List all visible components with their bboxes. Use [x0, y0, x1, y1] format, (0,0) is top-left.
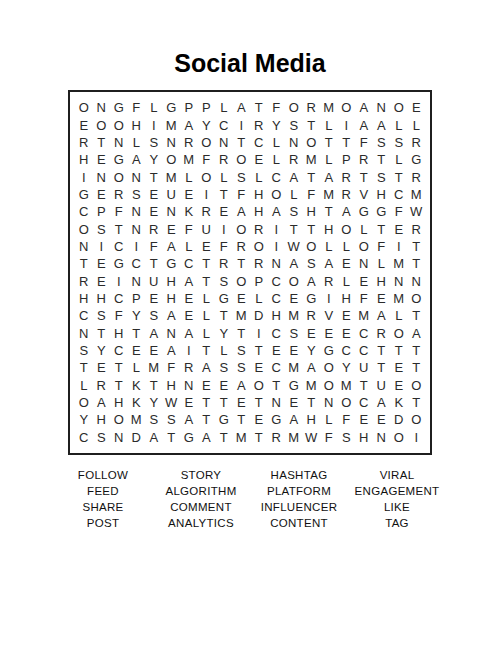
grid-cell[interactable]: T [233, 134, 251, 151]
grid-cell[interactable]: G [215, 290, 233, 307]
grid-cell[interactable]: N [75, 238, 93, 255]
grid-cell[interactable]: S [93, 429, 111, 446]
grid-cell[interactable]: F [268, 99, 286, 116]
grid-cell[interactable]: K [128, 394, 146, 411]
grid-cell[interactable]: L [128, 359, 146, 376]
grid-cell[interactable]: E [145, 203, 163, 220]
grid-cell[interactable]: A [373, 116, 391, 133]
grid-cell[interactable]: O [198, 134, 216, 151]
grid-cell[interactable]: P [250, 273, 268, 290]
grid-cell[interactable]: E [390, 377, 408, 394]
grid-cell[interactable]: M [128, 411, 146, 428]
grid-cell[interactable]: O [268, 186, 286, 203]
grid-cell[interactable]: M [390, 290, 408, 307]
grid-cell[interactable]: E [390, 220, 408, 237]
grid-cell[interactable]: T [145, 255, 163, 272]
grid-cell[interactable]: M [145, 359, 163, 376]
grid-cell[interactable]: C [268, 290, 286, 307]
grid-cell[interactable]: O [390, 325, 408, 342]
grid-cell[interactable]: F [110, 203, 128, 220]
grid-cell[interactable]: R [338, 168, 356, 185]
grid-cell[interactable]: T [408, 342, 426, 359]
grid-cell[interactable]: W [163, 394, 181, 411]
grid-cell[interactable]: T [320, 203, 338, 220]
grid-cell[interactable]: P [198, 99, 216, 116]
grid-cell[interactable]: E [355, 273, 373, 290]
grid-cell[interactable]: C [390, 186, 408, 203]
grid-cell[interactable]: P [338, 151, 356, 168]
grid-cell[interactable]: D [128, 429, 146, 446]
grid-cell[interactable]: A [233, 99, 251, 116]
grid-cell[interactable]: S [285, 116, 303, 133]
grid-cell[interactable]: T [145, 377, 163, 394]
grid-cell[interactable]: E [408, 99, 426, 116]
grid-cell[interactable]: T [355, 377, 373, 394]
grid-cell[interactable]: T [233, 325, 251, 342]
grid-cell[interactable]: I [408, 429, 426, 446]
grid-cell[interactable]: N [163, 134, 181, 151]
grid-cell[interactable]: T [250, 99, 268, 116]
grid-cell[interactable]: C [110, 342, 128, 359]
grid-cell[interactable]: E [198, 377, 216, 394]
grid-cell[interactable]: M [233, 307, 251, 324]
grid-cell[interactable]: O [285, 273, 303, 290]
grid-cell[interactable]: I [215, 220, 233, 237]
grid-cell[interactable]: I [145, 116, 163, 133]
grid-cell[interactable]: E [215, 203, 233, 220]
grid-cell[interactable]: M [285, 429, 303, 446]
grid-cell[interactable]: G [163, 99, 181, 116]
grid-cell[interactable]: O [320, 359, 338, 376]
grid-cell[interactable]: A [233, 377, 251, 394]
grid-cell[interactable]: H [303, 411, 321, 428]
grid-cell[interactable]: M [285, 359, 303, 376]
grid-cell[interactable]: G [75, 186, 93, 203]
grid-cell[interactable]: N [180, 377, 198, 394]
grid-cell[interactable]: G [303, 290, 321, 307]
grid-cell[interactable]: S [303, 255, 321, 272]
grid-cell[interactable]: M [233, 429, 251, 446]
grid-cell[interactable]: R [215, 151, 233, 168]
grid-cell[interactable]: O [285, 99, 303, 116]
grid-cell[interactable]: D [390, 411, 408, 428]
grid-cell[interactable]: R [110, 186, 128, 203]
grid-cell[interactable]: C [268, 273, 286, 290]
grid-cell[interactable]: L [215, 342, 233, 359]
grid-cell[interactable]: O [338, 394, 356, 411]
grid-cell[interactable]: Y [93, 342, 111, 359]
grid-cell[interactable]: W [285, 238, 303, 255]
grid-cell[interactable]: F [355, 134, 373, 151]
grid-cell[interactable]: K [180, 203, 198, 220]
grid-cell[interactable]: M [285, 307, 303, 324]
grid-cell[interactable]: E [145, 290, 163, 307]
grid-cell[interactable]: C [110, 290, 128, 307]
grid-cell[interactable]: T [390, 342, 408, 359]
grid-cell[interactable]: H [268, 307, 286, 324]
grid-cell[interactable]: T [198, 394, 216, 411]
grid-cell[interactable]: S [145, 307, 163, 324]
grid-cell[interactable]: R [285, 151, 303, 168]
grid-cell[interactable]: T [408, 394, 426, 411]
grid-cell[interactable]: T [110, 377, 128, 394]
grid-cell[interactable]: E [93, 273, 111, 290]
grid-cell[interactable]: L [338, 238, 356, 255]
grid-cell[interactable]: T [93, 134, 111, 151]
grid-cell[interactable]: E [285, 394, 303, 411]
grid-cell[interactable]: C [75, 203, 93, 220]
grid-cell[interactable]: R [408, 220, 426, 237]
grid-cell[interactable]: S [338, 429, 356, 446]
grid-cell[interactable]: C [355, 394, 373, 411]
grid-cell[interactable]: L [320, 116, 338, 133]
grid-cell[interactable]: E [180, 394, 198, 411]
grid-cell[interactable]: F [338, 411, 356, 428]
grid-cell[interactable]: I [390, 238, 408, 255]
grid-cell[interactable]: C [268, 325, 286, 342]
grid-cell[interactable]: F [390, 203, 408, 220]
grid-cell[interactable]: A [408, 325, 426, 342]
grid-cell[interactable]: Y [338, 359, 356, 376]
grid-cell[interactable]: M [163, 116, 181, 133]
grid-cell[interactable]: I [110, 273, 128, 290]
grid-cell[interactable]: A [355, 116, 373, 133]
grid-cell[interactable]: E [93, 255, 111, 272]
grid-cell[interactable]: F [180, 220, 198, 237]
grid-cell[interactable]: N [373, 429, 391, 446]
grid-cell[interactable]: S [215, 359, 233, 376]
grid-cell[interactable]: T [268, 377, 286, 394]
grid-cell[interactable]: L [408, 116, 426, 133]
grid-cell[interactable]: A [93, 394, 111, 411]
grid-cell[interactable]: G [408, 151, 426, 168]
grid-cell[interactable]: E [373, 290, 391, 307]
grid-cell[interactable]: H [355, 429, 373, 446]
grid-cell[interactable]: E [338, 325, 356, 342]
grid-cell[interactable]: G [355, 203, 373, 220]
grid-cell[interactable]: W [408, 203, 426, 220]
grid-cell[interactable]: R [250, 220, 268, 237]
grid-cell[interactable]: N [128, 220, 146, 237]
grid-cell[interactable]: M [303, 377, 321, 394]
grid-cell[interactable]: C [180, 255, 198, 272]
grid-cell[interactable]: H [163, 377, 181, 394]
grid-cell[interactable]: L [145, 99, 163, 116]
grid-cell[interactable]: T [215, 307, 233, 324]
grid-cell[interactable]: E [250, 411, 268, 428]
grid-cell[interactable]: E [233, 394, 251, 411]
grid-cell[interactable]: A [285, 168, 303, 185]
grid-cell[interactable]: O [110, 116, 128, 133]
grid-cell[interactable]: T [145, 168, 163, 185]
grid-cell[interactable]: C [268, 359, 286, 376]
grid-cell[interactable]: R [408, 134, 426, 151]
grid-cell[interactable]: I [198, 186, 216, 203]
grid-cell[interactable]: I [250, 325, 268, 342]
grid-cell[interactable]: T [128, 325, 146, 342]
grid-cell[interactable]: N [408, 273, 426, 290]
grid-cell[interactable]: O [390, 429, 408, 446]
grid-cell[interactable]: E [355, 411, 373, 428]
grid-cell[interactable]: K [390, 394, 408, 411]
grid-cell[interactable]: N [268, 255, 286, 272]
grid-cell[interactable]: A [303, 273, 321, 290]
grid-cell[interactable]: N [163, 203, 181, 220]
grid-cell[interactable]: T [303, 116, 321, 133]
grid-cell[interactable]: A [355, 99, 373, 116]
grid-cell[interactable]: H [75, 290, 93, 307]
grid-cell[interactable]: E [75, 116, 93, 133]
grid-cell[interactable]: E [338, 255, 356, 272]
grid-cell[interactable]: S [145, 134, 163, 151]
grid-cell[interactable]: O [338, 220, 356, 237]
grid-cell[interactable]: E [93, 359, 111, 376]
grid-cell[interactable]: M [338, 377, 356, 394]
grid-cell[interactable]: L [390, 307, 408, 324]
grid-cell[interactable]: L [128, 134, 146, 151]
grid-cell[interactable]: L [215, 99, 233, 116]
grid-cell[interactable]: M [180, 151, 198, 168]
grid-cell[interactable]: S [285, 325, 303, 342]
grid-cell[interactable]: O [110, 411, 128, 428]
grid-cell[interactable]: T [408, 359, 426, 376]
grid-cell[interactable]: R [75, 273, 93, 290]
grid-cell[interactable]: H [128, 116, 146, 133]
grid-cell[interactable]: E [93, 186, 111, 203]
grid-cell[interactable]: R [338, 186, 356, 203]
grid-cell[interactable]: R [408, 168, 426, 185]
grid-cell[interactable]: E [93, 151, 111, 168]
grid-cell[interactable]: I [268, 220, 286, 237]
grid-cell[interactable]: A [180, 411, 198, 428]
grid-cell[interactable]: S [145, 411, 163, 428]
grid-cell[interactable]: L [320, 238, 338, 255]
grid-cell[interactable]: T [338, 134, 356, 151]
grid-cell[interactable]: L [338, 273, 356, 290]
grid-cell[interactable]: S [233, 342, 251, 359]
grid-cell[interactable]: R [303, 307, 321, 324]
grid-cell[interactable]: E [390, 359, 408, 376]
grid-cell[interactable]: L [320, 151, 338, 168]
grid-cell[interactable]: H [373, 186, 391, 203]
grid-cell[interactable]: G [268, 411, 286, 428]
grid-cell[interactable]: R [355, 151, 373, 168]
grid-cell[interactable]: H [93, 290, 111, 307]
grid-cell[interactable]: O [75, 394, 93, 411]
grid-cell[interactable]: E [198, 238, 216, 255]
grid-cell[interactable]: R [180, 134, 198, 151]
grid-cell[interactable]: G [110, 99, 128, 116]
grid-cell[interactable]: H [303, 203, 321, 220]
grid-cell[interactable]: T [93, 325, 111, 342]
grid-cell[interactable]: S [233, 359, 251, 376]
grid-cell[interactable]: P [128, 290, 146, 307]
grid-cell[interactable]: T [250, 429, 268, 446]
grid-cell[interactable]: H [75, 151, 93, 168]
grid-cell[interactable]: H [250, 186, 268, 203]
grid-cell[interactable]: H [110, 325, 128, 342]
grid-cell[interactable]: A [198, 429, 216, 446]
grid-cell[interactable]: S [233, 168, 251, 185]
grid-cell[interactable]: F [303, 186, 321, 203]
grid-cell[interactable]: E [250, 359, 268, 376]
grid-cell[interactable]: O [233, 220, 251, 237]
grid-cell[interactable]: C [215, 116, 233, 133]
grid-cell[interactable]: S [215, 273, 233, 290]
grid-cell[interactable]: T [373, 359, 391, 376]
grid-cell[interactable]: E [180, 307, 198, 324]
grid-cell[interactable]: L [285, 186, 303, 203]
grid-cell[interactable]: V [320, 307, 338, 324]
grid-cell[interactable]: C [128, 255, 146, 272]
grid-cell[interactable]: E [215, 377, 233, 394]
grid-cell[interactable]: N [355, 255, 373, 272]
grid-cell[interactable]: G [215, 411, 233, 428]
grid-cell[interactable]: H [373, 273, 391, 290]
grid-cell[interactable]: T [215, 394, 233, 411]
grid-cell[interactable]: L [250, 290, 268, 307]
grid-cell[interactable]: S [390, 134, 408, 151]
grid-cell[interactable]: Y [75, 411, 93, 428]
grid-cell[interactable]: A [163, 238, 181, 255]
grid-cell[interactable]: T [233, 411, 251, 428]
grid-cell[interactable]: C [268, 168, 286, 185]
grid-cell[interactable]: I [268, 238, 286, 255]
grid-cell[interactable]: N [110, 429, 128, 446]
grid-cell[interactable]: S [163, 411, 181, 428]
grid-cell[interactable]: R [215, 255, 233, 272]
grid-cell[interactable]: N [373, 99, 391, 116]
grid-cell[interactable]: Y [303, 342, 321, 359]
grid-cell[interactable]: A [145, 429, 163, 446]
grid-cell[interactable]: N [390, 273, 408, 290]
grid-cell[interactable]: S [93, 220, 111, 237]
grid-cell[interactable]: I [338, 116, 356, 133]
grid-cell[interactable]: H [163, 273, 181, 290]
grid-cell[interactable]: A [268, 203, 286, 220]
grid-cell[interactable]: I [93, 238, 111, 255]
grid-cell[interactable]: O [75, 220, 93, 237]
grid-cell[interactable]: A [320, 255, 338, 272]
grid-cell[interactable]: H [250, 203, 268, 220]
grid-cell[interactable]: O [408, 377, 426, 394]
grid-cell[interactable]: E [285, 290, 303, 307]
grid-cell[interactable]: O [198, 168, 216, 185]
grid-cell[interactable]: O [390, 99, 408, 116]
grid-cell[interactable]: M [320, 99, 338, 116]
grid-cell[interactable]: T [198, 255, 216, 272]
grid-cell[interactable]: O [250, 377, 268, 394]
grid-cell[interactable]: Y [128, 307, 146, 324]
grid-cell[interactable]: A [373, 307, 391, 324]
grid-cell[interactable]: T [320, 134, 338, 151]
grid-cell[interactable]: O [250, 238, 268, 255]
grid-cell[interactable]: H [338, 290, 356, 307]
grid-cell[interactable]: E [145, 342, 163, 359]
grid-cell[interactable]: E [163, 220, 181, 237]
grid-cell[interactable]: T [373, 342, 391, 359]
grid-cell[interactable]: D [250, 307, 268, 324]
grid-cell[interactable]: H [93, 411, 111, 428]
grid-cell[interactable]: T [198, 411, 216, 428]
grid-cell[interactable]: L [250, 168, 268, 185]
grid-cell[interactable]: E [285, 342, 303, 359]
grid-cell[interactable]: T [215, 186, 233, 203]
grid-cell[interactable]: O [233, 273, 251, 290]
grid-cell[interactable]: L [390, 116, 408, 133]
grid-cell[interactable]: R [233, 238, 251, 255]
grid-cell[interactable]: C [338, 342, 356, 359]
grid-cell[interactable]: R [303, 99, 321, 116]
grid-cell[interactable]: O [355, 238, 373, 255]
grid-cell[interactable]: U [373, 377, 391, 394]
grid-cell[interactable]: F [320, 429, 338, 446]
grid-cell[interactable]: C [250, 134, 268, 151]
grid-cell[interactable]: R [250, 116, 268, 133]
grid-cell[interactable]: L [355, 220, 373, 237]
grid-cell[interactable]: G [110, 151, 128, 168]
grid-cell[interactable]: R [250, 255, 268, 272]
grid-cell[interactable]: N [320, 394, 338, 411]
grid-cell[interactable]: Y [215, 325, 233, 342]
grid-cell[interactable]: E [338, 307, 356, 324]
grid-cell[interactable]: T [75, 255, 93, 272]
grid-cell[interactable]: G [163, 255, 181, 272]
grid-cell[interactable]: N [215, 134, 233, 151]
grid-cell[interactable]: P [93, 203, 111, 220]
grid-cell[interactable]: T [233, 255, 251, 272]
grid-cell[interactable]: A [145, 325, 163, 342]
grid-cell[interactable]: Y [268, 116, 286, 133]
grid-cell[interactable]: H [110, 394, 128, 411]
grid-cell[interactable]: T [303, 168, 321, 185]
grid-cell[interactable]: S [285, 203, 303, 220]
grid-cell[interactable]: T [250, 394, 268, 411]
grid-cell[interactable]: O [408, 290, 426, 307]
grid-cell[interactable]: O [163, 151, 181, 168]
grid-cell[interactable]: F [215, 238, 233, 255]
grid-cell[interactable]: T [163, 429, 181, 446]
grid-cell[interactable]: E [268, 342, 286, 359]
grid-cell[interactable]: M [355, 307, 373, 324]
grid-cell[interactable]: T [250, 342, 268, 359]
grid-cell[interactable]: K [128, 377, 146, 394]
grid-cell[interactable]: L [198, 290, 216, 307]
grid-cell[interactable]: A [163, 307, 181, 324]
grid-cell[interactable]: O [408, 411, 426, 428]
grid-cell[interactable]: U [198, 220, 216, 237]
grid-cell[interactable]: T [373, 151, 391, 168]
grid-cell[interactable]: I [75, 168, 93, 185]
grid-cell[interactable]: M [303, 151, 321, 168]
grid-cell[interactable]: O [320, 377, 338, 394]
grid-cell[interactable]: N [110, 134, 128, 151]
grid-cell[interactable]: A [180, 116, 198, 133]
grid-cell[interactable]: T [75, 359, 93, 376]
grid-cell[interactable]: N [93, 168, 111, 185]
grid-cell[interactable]: O [75, 99, 93, 116]
grid-cell[interactable]: G [180, 429, 198, 446]
grid-cell[interactable]: A [198, 359, 216, 376]
grid-cell[interactable]: A [285, 411, 303, 428]
grid-cell[interactable]: F [198, 151, 216, 168]
grid-cell[interactable]: Y [198, 116, 216, 133]
grid-cell[interactable]: L [268, 134, 286, 151]
grid-cell[interactable]: R [93, 377, 111, 394]
grid-cell[interactable]: A [303, 359, 321, 376]
grid-cell[interactable]: O [303, 134, 321, 151]
grid-cell[interactable]: I [320, 290, 338, 307]
